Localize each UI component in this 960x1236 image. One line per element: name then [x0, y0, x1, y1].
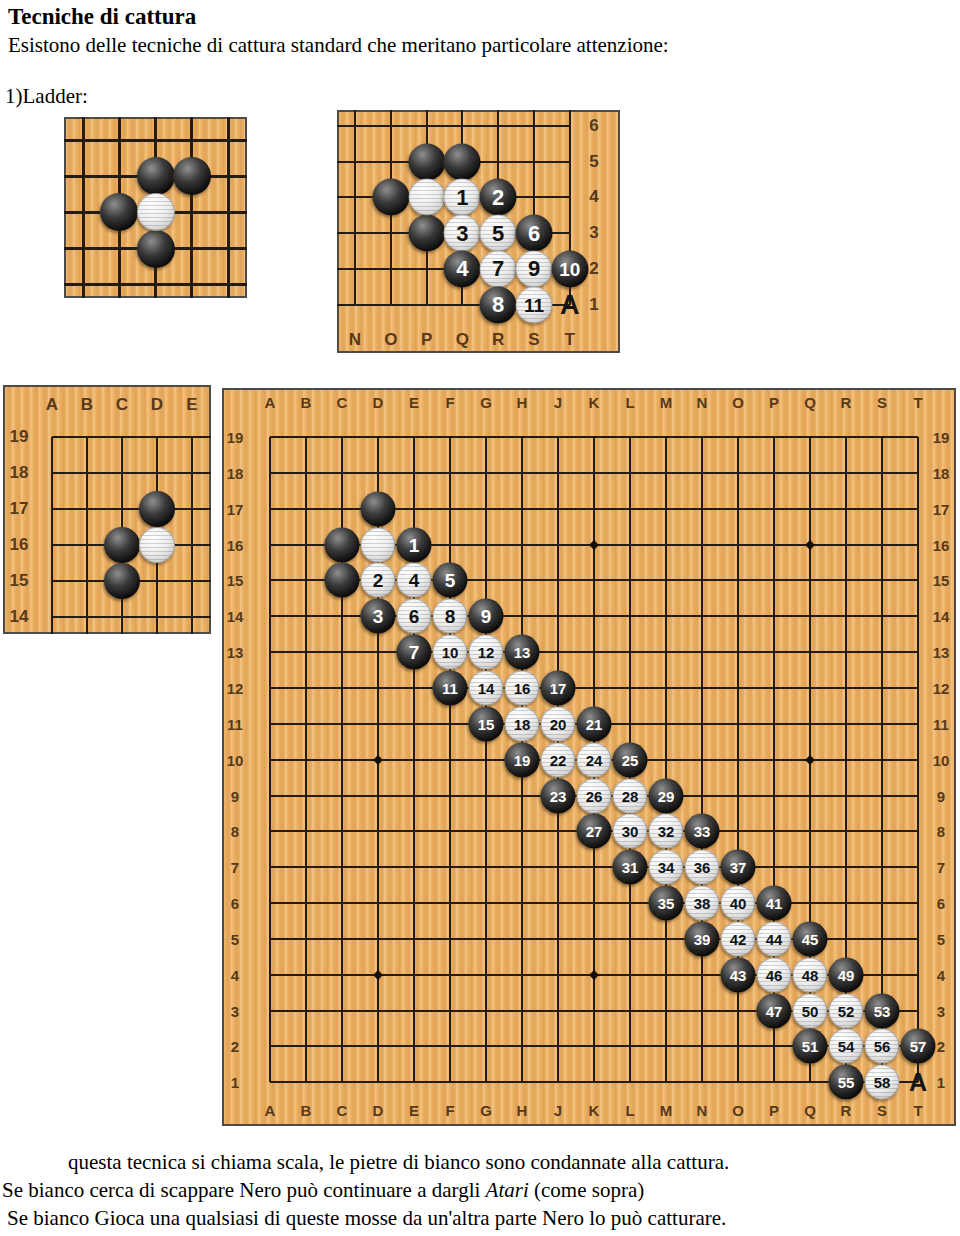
move-number: 44 — [766, 931, 783, 946]
white-stone: 1 — [444, 179, 481, 216]
star-point — [589, 970, 599, 980]
move-number: 50 — [802, 1003, 819, 1018]
black-stone: 7 — [397, 635, 432, 670]
move-number: 53 — [874, 1003, 891, 1018]
coordinate-label: R — [841, 1102, 852, 1119]
grid-line-horizontal — [270, 472, 918, 474]
move-number: 14 — [478, 680, 495, 695]
coordinate-label: 19 — [227, 429, 244, 446]
coordinate-label: C — [337, 394, 348, 411]
black-stone — [325, 563, 360, 598]
star-point — [373, 755, 383, 765]
move-number: 2 — [492, 186, 504, 208]
coordinate-label: E — [186, 395, 197, 415]
coordinate-label: O — [732, 1102, 744, 1119]
coordinate-label: 18 — [10, 463, 29, 483]
move-number: 17 — [550, 680, 567, 695]
grid-line-horizontal — [270, 436, 918, 438]
coordinate-label: S — [877, 394, 887, 411]
white-stone: 7 — [480, 250, 517, 287]
white-stone: 2 — [361, 563, 396, 598]
white-stone: 9 — [516, 250, 553, 287]
coordinate-label: 13 — [933, 644, 950, 661]
move-number: 8 — [492, 294, 504, 316]
white-stone: 54 — [829, 1029, 864, 1064]
white-stone: 46 — [757, 957, 792, 992]
coordinate-label: 11 — [227, 715, 243, 732]
move-number: 34 — [658, 860, 675, 875]
black-stone: 47 — [757, 993, 792, 1028]
coordinate-label: D — [373, 394, 384, 411]
black-stone — [372, 179, 409, 216]
white-stone: 8 — [433, 599, 468, 634]
coordinate-label: 4 — [231, 966, 239, 983]
move-number: 48 — [802, 967, 819, 982]
move-number: 4 — [456, 258, 468, 280]
white-stone: 58 — [865, 1065, 900, 1100]
coordinate-label: 18 — [227, 464, 244, 481]
star-point — [589, 540, 599, 550]
move-number: 49 — [838, 967, 855, 982]
move-number: 16 — [514, 680, 531, 695]
move-number: 32 — [658, 824, 675, 839]
move-number: 58 — [874, 1075, 891, 1090]
black-stone — [408, 215, 445, 252]
grid-line-horizontal — [270, 1081, 918, 1083]
coordinate-label: 8 — [231, 823, 239, 840]
move-number: 42 — [730, 931, 747, 946]
grid-line-vertical — [191, 437, 193, 634]
coordinate-label: 1 — [231, 1074, 239, 1091]
black-stone: 39 — [685, 921, 720, 956]
grid-line-vertical — [86, 437, 88, 634]
black-stone: 49 — [829, 957, 864, 992]
coordinate-label: N — [349, 330, 361, 350]
coordinate-label: L — [625, 394, 634, 411]
coordinate-label: 6 — [589, 116, 598, 136]
move-number: 28 — [622, 788, 639, 803]
move-number: 30 — [622, 824, 639, 839]
black-stone: 3 — [361, 599, 396, 634]
move-number: 39 — [694, 931, 711, 946]
white-stone: 32 — [649, 814, 684, 849]
move-number: 13 — [514, 645, 531, 660]
move-number: 18 — [514, 716, 531, 731]
move-number: 7 — [492, 258, 504, 280]
coordinate-label: 6 — [231, 895, 239, 912]
black-stone: 31 — [613, 850, 648, 885]
move-number: 6 — [409, 607, 420, 626]
coordinate-label: 4 — [937, 966, 945, 983]
coordinate-label: 2 — [937, 1038, 945, 1055]
white-stone: 6 — [397, 599, 432, 634]
coordinate-label: 9 — [231, 787, 239, 804]
black-stone: 37 — [721, 850, 756, 885]
coordinate-label: M — [660, 394, 673, 411]
star-point — [805, 540, 815, 550]
move-number: 36 — [694, 860, 711, 875]
move-number: 26 — [586, 788, 603, 803]
white-stone: 50 — [793, 993, 828, 1028]
grid-line-horizontal — [270, 902, 918, 904]
star-point — [373, 970, 383, 980]
grid-line-vertical — [51, 437, 53, 634]
coordinate-label: G — [480, 394, 492, 411]
black-stone: 19 — [505, 742, 540, 777]
coordinate-label: C — [116, 395, 128, 415]
black-stone: 29 — [649, 778, 684, 813]
coordinate-label: 10 — [227, 751, 244, 768]
coordinate-label: 2 — [231, 1038, 239, 1055]
grid-line-horizontal — [64, 283, 247, 286]
coordinate-label: 10 — [933, 751, 950, 768]
black-stone: 55 — [829, 1065, 864, 1100]
coordinate-label: Q — [456, 330, 469, 350]
coordinate-label: D — [373, 1102, 384, 1119]
move-number: 37 — [730, 860, 747, 875]
move-number: 12 — [478, 645, 495, 660]
caption-atari-italic: Atari — [486, 1178, 529, 1202]
white-stone: 10 — [433, 635, 468, 670]
coordinate-label: 14 — [227, 608, 244, 625]
coordinate-label: A — [46, 395, 58, 415]
coordinate-label: 17 — [10, 499, 29, 519]
black-stone — [100, 193, 138, 231]
move-number: 15 — [478, 716, 495, 731]
move-number: 4 — [409, 571, 420, 590]
coordinate-label: P — [421, 330, 432, 350]
coordinate-label: F — [445, 1102, 454, 1119]
white-stone: 22 — [541, 742, 576, 777]
coordinate-label: Q — [804, 394, 816, 411]
coordinate-label: L — [625, 1102, 634, 1119]
move-number: 45 — [802, 931, 819, 946]
black-stone: 6 — [516, 215, 553, 252]
grid-line-horizontal — [270, 866, 918, 868]
coordinate-label: 9 — [937, 787, 945, 804]
white-stone: 56 — [865, 1029, 900, 1064]
coordinate-label: O — [732, 394, 744, 411]
move-number: 6 — [528, 222, 540, 244]
black-stone — [444, 143, 481, 180]
grid-line-vertical — [190, 117, 193, 298]
coordinate-label: T — [565, 330, 575, 350]
black-stone: 53 — [865, 993, 900, 1028]
coordinate-label: 5 — [937, 930, 945, 947]
coordinate-label: 19 — [10, 427, 29, 447]
white-stone: 5 — [480, 215, 517, 252]
coordinate-label: J — [554, 1102, 562, 1119]
coordinate-label: C — [337, 1102, 348, 1119]
coordinate-label: 16 — [10, 535, 29, 555]
grid-line-horizontal — [270, 651, 918, 653]
coordinate-label: 3 — [589, 223, 598, 243]
grid-line-vertical — [227, 117, 230, 298]
coordinate-label: S — [528, 330, 539, 350]
move-number: 20 — [550, 716, 567, 731]
white-stone — [408, 179, 445, 216]
coordinate-label: 18 — [933, 464, 950, 481]
move-number: 51 — [802, 1039, 819, 1054]
grid-line-horizontal — [270, 687, 918, 689]
move-number: 54 — [838, 1039, 855, 1054]
black-stone: 25 — [613, 742, 648, 777]
intro-text: Esistono delle tecniche di cattura stand… — [8, 33, 669, 58]
white-stone: 11 — [516, 286, 553, 323]
coordinate-label: 16 — [227, 536, 244, 553]
white-stone: 12 — [469, 635, 504, 670]
document-page: Tecniche di cattura Esistono delle tecni… — [0, 0, 960, 1236]
move-number: 8 — [445, 607, 456, 626]
white-stone — [139, 527, 175, 563]
coordinate-label: B — [301, 1102, 312, 1119]
move-number: 1 — [409, 535, 420, 554]
coordinate-label: 6 — [937, 895, 945, 912]
white-stone: 48 — [793, 957, 828, 992]
white-stone: 16 — [505, 670, 540, 705]
black-stone: 35 — [649, 886, 684, 921]
coordinate-label: F — [445, 394, 454, 411]
coordinate-label: 8 — [937, 823, 945, 840]
black-stone: 8 — [480, 286, 517, 323]
move-number: 2 — [373, 571, 384, 590]
coordinate-label: R — [841, 394, 852, 411]
white-stone: 38 — [685, 886, 720, 921]
black-stone: 27 — [577, 814, 612, 849]
black-stone — [139, 491, 175, 527]
point-marker-A: A — [909, 1068, 927, 1097]
caption-scala: questa tecnica si chiama scala, le pietr… — [68, 1150, 729, 1175]
move-number: 41 — [766, 896, 783, 911]
star-point — [805, 755, 815, 765]
white-stone: 52 — [829, 993, 864, 1028]
coordinate-label: P — [769, 394, 779, 411]
white-stone: 42 — [721, 921, 756, 956]
go-board-shape — [64, 117, 247, 298]
coordinate-label: A — [265, 394, 276, 411]
move-number: 56 — [874, 1039, 891, 1054]
move-number: 52 — [838, 1003, 855, 1018]
caption-atari-pre: Se bianco cerca di scappare Nero può con… — [2, 1178, 486, 1202]
coordinate-label: N — [697, 1102, 708, 1119]
black-stone: 43 — [721, 957, 756, 992]
coordinate-label: 7 — [937, 859, 945, 876]
white-stone: 18 — [505, 706, 540, 741]
coordinate-label: J — [554, 394, 562, 411]
move-number: 24 — [586, 752, 603, 767]
coordinate-label: P — [769, 1102, 779, 1119]
black-stone — [137, 230, 175, 268]
move-number: 31 — [622, 860, 639, 875]
black-stone: 17 — [541, 670, 576, 705]
white-stone — [361, 527, 396, 562]
point-marker-A: A — [560, 289, 580, 320]
coordinate-label: O — [384, 330, 397, 350]
move-number: 40 — [730, 896, 747, 911]
move-number: 29 — [658, 788, 675, 803]
black-stone: 33 — [685, 814, 720, 849]
white-stone: 4 — [397, 563, 432, 598]
white-stone: 14 — [469, 670, 504, 705]
white-stone: 3 — [444, 215, 481, 252]
coordinate-label: T — [913, 1102, 922, 1119]
black-stone: 23 — [541, 778, 576, 813]
black-stone — [104, 527, 140, 563]
coordinate-label: 3 — [231, 1002, 239, 1019]
caption-capture: Se bianco Gioca una qualsiasi di queste … — [7, 1206, 726, 1231]
coordinate-label: E — [409, 1102, 419, 1119]
move-number: 27 — [586, 824, 603, 839]
move-number: 57 — [910, 1039, 927, 1054]
coordinate-label: H — [517, 394, 528, 411]
black-stone: 5 — [433, 563, 468, 598]
black-stone: 41 — [757, 886, 792, 921]
coordinate-label: A — [265, 1102, 276, 1119]
black-stone — [137, 157, 175, 195]
move-number: 22 — [550, 752, 567, 767]
coordinate-label: B — [301, 394, 312, 411]
coordinate-label: 7 — [231, 859, 239, 876]
coordinate-label: K — [589, 394, 600, 411]
go-board-full: AABBCCDDEEFFGGHHJJKKLLMMNNOOPPQQRRSSTT19… — [222, 388, 956, 1126]
black-stone: 51 — [793, 1029, 828, 1064]
coordinate-label: M — [660, 1102, 673, 1119]
grid-line-vertical — [354, 110, 356, 305]
move-number: 47 — [766, 1003, 783, 1018]
coordinate-label: B — [81, 395, 93, 415]
coordinate-label: H — [517, 1102, 528, 1119]
white-stone: 36 — [685, 850, 720, 885]
coordinate-label: 4 — [589, 187, 598, 207]
black-stone — [104, 563, 140, 599]
move-number: 43 — [730, 967, 747, 982]
move-number: 7 — [409, 643, 420, 662]
coordinate-label: 17 — [227, 500, 244, 517]
coordinate-label: 2 — [589, 259, 598, 279]
move-number: 19 — [514, 752, 531, 767]
black-stone: 9 — [469, 599, 504, 634]
go-board-corner-fragment: ABCDE191817161514 — [3, 385, 211, 634]
grid-line-horizontal — [64, 139, 247, 142]
grid-line-horizontal — [52, 616, 211, 618]
grid-line-horizontal — [52, 508, 211, 510]
move-number: 11 — [442, 680, 458, 695]
black-stone: 11 — [433, 670, 468, 705]
coordinate-label: 5 — [589, 152, 598, 172]
coordinate-label: 1 — [589, 295, 598, 315]
move-number: 38 — [694, 896, 711, 911]
white-stone: 30 — [613, 814, 648, 849]
coordinate-label: S — [877, 1102, 887, 1119]
coordinate-label: R — [492, 330, 504, 350]
black-stone: 21 — [577, 706, 612, 741]
move-number: 9 — [481, 607, 492, 626]
coordinate-label: 16 — [933, 536, 950, 553]
black-stone: 57 — [901, 1029, 936, 1064]
black-stone: 45 — [793, 921, 828, 956]
white-stone: 28 — [613, 778, 648, 813]
caption-atari-post: (come sopra) — [529, 1178, 644, 1202]
coordinate-label: N — [697, 394, 708, 411]
white-stone: 20 — [541, 706, 576, 741]
coordinate-label: 15 — [227, 572, 244, 589]
grid-line-vertical — [82, 117, 85, 298]
caption-atari: Se bianco cerca di scappare Nero può con… — [2, 1178, 644, 1203]
coordinate-label: 15 — [10, 571, 29, 591]
grid-line-horizontal — [52, 436, 211, 438]
move-number: 1 — [456, 186, 468, 208]
grid-line-horizontal — [337, 125, 570, 127]
coordinate-label: K — [589, 1102, 600, 1119]
section-label: 1)Ladder: — [5, 84, 88, 109]
coordinate-label: T — [913, 394, 922, 411]
move-number: 11 — [524, 295, 544, 314]
black-stone — [325, 527, 360, 562]
white-stone — [137, 193, 175, 231]
coordinate-label: 3 — [937, 1002, 945, 1019]
coordinate-label: 1 — [937, 1074, 945, 1091]
coordinate-label: G — [480, 1102, 492, 1119]
black-stone — [361, 491, 396, 526]
coordinate-label: 14 — [10, 607, 29, 627]
move-number: 25 — [622, 752, 639, 767]
black-stone: 15 — [469, 706, 504, 741]
page-title: Tecniche di cattura — [8, 4, 196, 30]
black-stone: 10 — [551, 250, 588, 287]
move-number: 21 — [586, 716, 603, 731]
coordinate-label: E — [409, 394, 419, 411]
go-board-ladder-corner: NOPQRST6543211234567891011A — [337, 110, 620, 353]
move-number: 3 — [373, 607, 384, 626]
white-stone: 24 — [577, 742, 612, 777]
move-number: 46 — [766, 967, 783, 982]
white-stone: 26 — [577, 778, 612, 813]
coordinate-label: D — [151, 395, 163, 415]
coordinate-label: 15 — [933, 572, 950, 589]
white-stone: 40 — [721, 886, 756, 921]
black-stone: 4 — [444, 250, 481, 287]
move-number: 23 — [550, 788, 567, 803]
white-stone: 44 — [757, 921, 792, 956]
move-number: 10 — [442, 645, 459, 660]
grid-line-horizontal — [52, 472, 211, 474]
move-number: 10 — [559, 259, 580, 278]
coordinate-label: 17 — [933, 500, 950, 517]
move-number: 55 — [838, 1075, 855, 1090]
coordinate-label: 14 — [933, 608, 950, 625]
coordinate-label: 12 — [933, 679, 950, 696]
black-stone — [173, 157, 211, 195]
coordinate-label: 5 — [231, 930, 239, 947]
move-number: 9 — [528, 258, 540, 280]
coordinate-label: Q — [804, 1102, 816, 1119]
black-stone — [408, 143, 445, 180]
black-stone: 13 — [505, 635, 540, 670]
black-stone: 1 — [397, 527, 432, 562]
move-number: 33 — [694, 824, 711, 839]
coordinate-label: 19 — [933, 429, 950, 446]
coordinate-label: 13 — [227, 644, 244, 661]
move-number: 5 — [492, 222, 504, 244]
white-stone: 34 — [649, 850, 684, 885]
coordinate-label: 11 — [933, 715, 949, 732]
move-number: 35 — [658, 896, 675, 911]
black-stone: 2 — [480, 179, 517, 216]
coordinate-label: 12 — [227, 679, 244, 696]
move-number: 5 — [445, 571, 456, 590]
move-number: 3 — [456, 222, 468, 244]
